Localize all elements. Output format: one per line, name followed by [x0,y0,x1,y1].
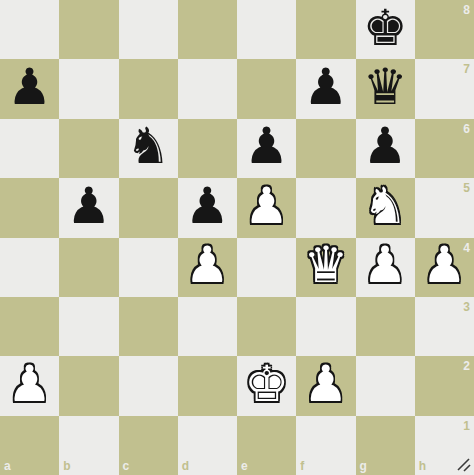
rank-label-1: 1 [463,420,470,432]
square-a2[interactable]: ♟ [0,356,59,415]
white-king[interactable]: ♚ [244,359,289,409]
rank-label-7: 7 [463,63,470,75]
square-g7[interactable]: ♛ [356,59,415,118]
square-h2[interactable]: 2 [415,356,474,415]
square-b5[interactable]: ♟ [59,178,118,237]
square-c6[interactable]: ♞ [119,119,178,178]
white-knight[interactable]: ♞ [363,181,408,231]
square-f4[interactable]: ♛ [296,238,355,297]
rank-label-3: 3 [463,301,470,313]
square-f2[interactable]: ♟ [296,356,355,415]
square-h8[interactable]: 8 [415,0,474,59]
white-pawn[interactable]: ♟ [185,240,230,290]
square-d1[interactable]: d [178,416,237,475]
square-f3[interactable] [296,297,355,356]
square-b1[interactable]: b [59,416,118,475]
square-b8[interactable] [59,0,118,59]
white-pawn[interactable]: ♟ [422,240,467,290]
black-pawn[interactable]: ♟ [244,121,289,171]
square-b2[interactable] [59,356,118,415]
square-b7[interactable] [59,59,118,118]
square-e2[interactable]: ♚ [237,356,296,415]
square-a1[interactable]: a [0,416,59,475]
file-label-d: d [182,460,189,472]
square-d5[interactable]: ♟ [178,178,237,237]
square-f1[interactable]: f [296,416,355,475]
square-c5[interactable] [119,178,178,237]
white-pawn[interactable]: ♟ [244,181,289,231]
square-g5[interactable]: ♞ [356,178,415,237]
file-label-g: g [360,460,367,472]
white-pawn[interactable]: ♟ [363,240,408,290]
square-e6[interactable]: ♟ [237,119,296,178]
file-label-f: f [300,460,304,472]
square-a5[interactable] [0,178,59,237]
square-c8[interactable] [119,0,178,59]
file-label-a: a [4,460,11,472]
rank-label-6: 6 [463,123,470,135]
square-h6[interactable]: 6 [415,119,474,178]
square-g1[interactable]: g [356,416,415,475]
square-f5[interactable] [296,178,355,237]
file-label-c: c [123,460,130,472]
file-label-e: e [241,460,248,472]
rank-label-5: 5 [463,182,470,194]
square-d7[interactable] [178,59,237,118]
square-a4[interactable] [0,238,59,297]
square-g3[interactable] [356,297,415,356]
square-g6[interactable]: ♟ [356,119,415,178]
square-b3[interactable] [59,297,118,356]
square-g2[interactable] [356,356,415,415]
file-label-h: h [419,460,426,472]
square-a3[interactable] [0,297,59,356]
square-f8[interactable] [296,0,355,59]
square-b4[interactable] [59,238,118,297]
square-c4[interactable] [119,238,178,297]
square-c3[interactable] [119,297,178,356]
square-e8[interactable] [237,0,296,59]
board-resize-handle-icon[interactable] [456,457,472,473]
square-a8[interactable] [0,0,59,59]
square-h3[interactable]: 3 [415,297,474,356]
square-e4[interactable] [237,238,296,297]
rank-label-8: 8 [463,4,470,16]
square-f6[interactable] [296,119,355,178]
black-knight[interactable]: ♞ [126,121,171,171]
square-d8[interactable] [178,0,237,59]
file-label-b: b [63,460,70,472]
square-d3[interactable] [178,297,237,356]
rank-label-2: 2 [463,360,470,372]
square-a6[interactable] [0,119,59,178]
black-pawn[interactable]: ♟ [363,121,408,171]
black-pawn[interactable]: ♟ [185,181,230,231]
black-king[interactable]: ♚ [363,3,408,53]
square-d4[interactable]: ♟ [178,238,237,297]
black-pawn[interactable]: ♟ [66,181,111,231]
square-f7[interactable]: ♟ [296,59,355,118]
square-c7[interactable] [119,59,178,118]
square-e5[interactable]: ♟ [237,178,296,237]
square-d2[interactable] [178,356,237,415]
square-c2[interactable] [119,356,178,415]
square-a7[interactable]: ♟ [0,59,59,118]
rank-label-4: 4 [463,242,470,254]
black-pawn[interactable]: ♟ [303,62,348,112]
square-g8[interactable]: ♚ [356,0,415,59]
square-h7[interactable]: 7 [415,59,474,118]
square-g4[interactable]: ♟ [356,238,415,297]
square-h4[interactable]: ♟4 [415,238,474,297]
square-h5[interactable]: 5 [415,178,474,237]
white-pawn[interactable]: ♟ [303,359,348,409]
white-pawn[interactable]: ♟ [7,359,52,409]
square-e1[interactable]: e [237,416,296,475]
square-c1[interactable]: c [119,416,178,475]
black-queen[interactable]: ♛ [363,62,408,112]
square-e3[interactable] [237,297,296,356]
white-queen[interactable]: ♛ [303,240,348,290]
square-d6[interactable] [178,119,237,178]
black-pawn[interactable]: ♟ [7,62,52,112]
square-e7[interactable] [237,59,296,118]
square-b6[interactable] [59,119,118,178]
chess-board: ♚8♟♟♛7♞♟♟6♟♟♟♞5♟♛♟♟43♟♚♟2abcdefgh1 [0,0,474,475]
